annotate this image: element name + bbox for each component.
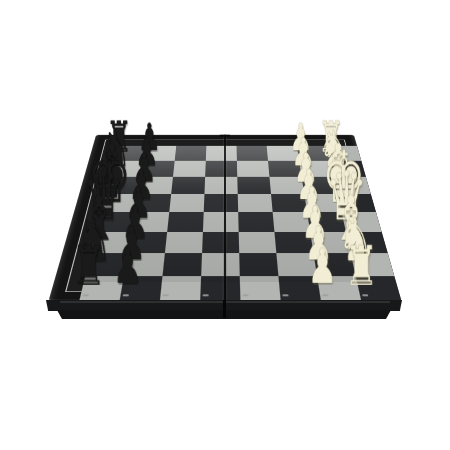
square-h6 — [175, 146, 207, 161]
piece-white-rook-a1: ♜ — [338, 238, 385, 293]
square-g4 — [237, 161, 270, 177]
near-edge-mark — [122, 294, 128, 296]
hinge — [220, 135, 230, 137]
near-edge-mark — [82, 294, 88, 296]
square-f4 — [237, 177, 271, 194]
square-h4 — [237, 146, 268, 161]
near-edge-mark — [362, 294, 368, 296]
square-g3 — [268, 161, 302, 177]
near-edge-mark — [282, 294, 288, 296]
square-g7 — [141, 161, 175, 177]
square-h3 — [267, 146, 299, 161]
chessboard: ♜♞♝♚♛♝♞♜♟♟♟♟♟♟♟♟♟♟♟♟♟♟♟♟♜♞♝♚♛♝♞♜ — [48, 135, 401, 301]
square-f6 — [171, 177, 205, 194]
square-g6 — [173, 161, 206, 177]
square-h5 — [206, 146, 237, 161]
piece-black-rook-a8: ♜ — [65, 238, 112, 293]
near-edge-mark — [202, 294, 208, 296]
fold-seam-side — [223, 300, 226, 318]
square-h7 — [144, 146, 177, 161]
product-photo-scene: ♜♞♝♚♛♝♞♜♟♟♟♟♟♟♟♟♟♟♟♟♟♟♟♟♜♞♝♚♛♝♞♜ — [0, 0, 450, 450]
square-g5 — [205, 161, 237, 177]
near-edge-mark — [162, 294, 168, 296]
near-edge-mark — [322, 294, 328, 296]
square-f5 — [204, 177, 237, 194]
near-edge-mark — [242, 294, 248, 296]
